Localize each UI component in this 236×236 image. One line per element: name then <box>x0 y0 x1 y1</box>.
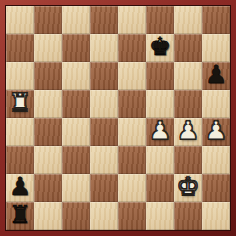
square-c5[interactable] <box>62 90 90 118</box>
square-e4[interactable] <box>118 118 146 146</box>
square-a3[interactable] <box>6 146 34 174</box>
square-h2[interactable] <box>202 174 230 202</box>
square-a7[interactable] <box>6 34 34 62</box>
piece-white-pawn[interactable]: ♟ <box>149 117 171 145</box>
piece-white-rook[interactable]: ♜ <box>9 89 31 117</box>
piece-black-king[interactable]: ♚ <box>149 33 171 61</box>
chess-board: ♚♟♜♟♟♟♟♚♜ <box>5 5 231 231</box>
piece-white-pawn[interactable]: ♟ <box>177 117 199 145</box>
square-h4[interactable]: ♟ <box>202 118 230 146</box>
square-b6[interactable] <box>34 62 62 90</box>
square-h7[interactable] <box>202 34 230 62</box>
piece-black-pawn[interactable]: ♟ <box>9 173 31 201</box>
square-a1[interactable]: ♜ <box>6 202 34 230</box>
square-d4[interactable] <box>90 118 118 146</box>
piece-black-rook[interactable]: ♜ <box>9 201 31 229</box>
square-c4[interactable] <box>62 118 90 146</box>
square-b1[interactable] <box>34 202 62 230</box>
square-g7[interactable] <box>174 34 202 62</box>
square-b5[interactable] <box>34 90 62 118</box>
square-d2[interactable] <box>90 174 118 202</box>
square-b3[interactable] <box>34 146 62 174</box>
square-f7[interactable]: ♚ <box>146 34 174 62</box>
square-e6[interactable] <box>118 62 146 90</box>
square-h1[interactable] <box>202 202 230 230</box>
square-c3[interactable] <box>62 146 90 174</box>
square-c7[interactable] <box>62 34 90 62</box>
square-c8[interactable] <box>62 6 90 34</box>
piece-black-pawn[interactable]: ♟ <box>205 61 227 89</box>
square-d3[interactable] <box>90 146 118 174</box>
square-g5[interactable] <box>174 90 202 118</box>
square-d7[interactable] <box>90 34 118 62</box>
square-e7[interactable] <box>118 34 146 62</box>
square-a6[interactable] <box>6 62 34 90</box>
square-g2[interactable]: ♚ <box>174 174 202 202</box>
square-f3[interactable] <box>146 146 174 174</box>
square-h5[interactable] <box>202 90 230 118</box>
square-b2[interactable] <box>34 174 62 202</box>
square-h8[interactable] <box>202 6 230 34</box>
square-f6[interactable] <box>146 62 174 90</box>
square-f5[interactable] <box>146 90 174 118</box>
square-e8[interactable] <box>118 6 146 34</box>
square-d8[interactable] <box>90 6 118 34</box>
square-c1[interactable] <box>62 202 90 230</box>
square-a2[interactable]: ♟ <box>6 174 34 202</box>
square-f4[interactable]: ♟ <box>146 118 174 146</box>
square-a8[interactable] <box>6 6 34 34</box>
square-g1[interactable] <box>174 202 202 230</box>
chess-board-frame: ♚♟♜♟♟♟♟♚♜ <box>0 0 236 236</box>
square-g8[interactable] <box>174 6 202 34</box>
square-c6[interactable] <box>62 62 90 90</box>
square-a5[interactable]: ♜ <box>6 90 34 118</box>
square-e2[interactable] <box>118 174 146 202</box>
square-e1[interactable] <box>118 202 146 230</box>
square-f1[interactable] <box>146 202 174 230</box>
square-h6[interactable]: ♟ <box>202 62 230 90</box>
square-f8[interactable] <box>146 6 174 34</box>
piece-white-king[interactable]: ♚ <box>177 173 199 201</box>
square-b8[interactable] <box>34 6 62 34</box>
square-h3[interactable] <box>202 146 230 174</box>
square-d5[interactable] <box>90 90 118 118</box>
square-f2[interactable] <box>146 174 174 202</box>
piece-white-pawn[interactable]: ♟ <box>205 117 227 145</box>
square-e5[interactable] <box>118 90 146 118</box>
square-g3[interactable] <box>174 146 202 174</box>
square-c2[interactable] <box>62 174 90 202</box>
square-d1[interactable] <box>90 202 118 230</box>
square-g6[interactable] <box>174 62 202 90</box>
square-d6[interactable] <box>90 62 118 90</box>
square-a4[interactable] <box>6 118 34 146</box>
square-e3[interactable] <box>118 146 146 174</box>
square-b7[interactable] <box>34 34 62 62</box>
square-g4[interactable]: ♟ <box>174 118 202 146</box>
square-b4[interactable] <box>34 118 62 146</box>
